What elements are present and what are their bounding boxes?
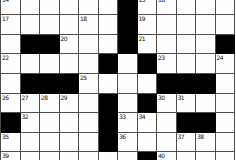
- grid-cell[interactable]: [118, 74, 138, 94]
- black-cell: [40, 74, 60, 94]
- grid-cell[interactable]: 27: [21, 94, 41, 114]
- grid-cell[interactable]: [21, 0, 41, 15]
- grid-cell[interactable]: [216, 15, 236, 35]
- clue-number: 31: [178, 94, 185, 101]
- grid-cell[interactable]: [138, 74, 158, 94]
- grid-cell[interactable]: [79, 133, 99, 153]
- grid-cell[interactable]: [196, 94, 216, 114]
- grid-cell[interactable]: [216, 0, 236, 15]
- clue-number: 21: [139, 35, 146, 42]
- clue-number: 22: [2, 54, 9, 61]
- black-cell: [118, 35, 138, 55]
- grid-cell[interactable]: [40, 15, 60, 35]
- grid-cell[interactable]: [21, 54, 41, 74]
- grid-cell[interactable]: [40, 113, 60, 133]
- clue-number: 35: [2, 133, 9, 140]
- grid-cell[interactable]: [118, 54, 138, 74]
- black-cell: [21, 74, 41, 94]
- clue-number: 36: [119, 133, 126, 140]
- grid-cell[interactable]: [216, 113, 236, 133]
- grid-cell[interactable]: [118, 152, 138, 160]
- clue-number: 33: [119, 113, 126, 120]
- grid-cell[interactable]: [99, 35, 119, 55]
- black-cell: [60, 74, 80, 94]
- grid-cell[interactable]: 17: [1, 15, 21, 35]
- black-cell: [138, 54, 158, 74]
- grid-cell[interactable]: [60, 113, 80, 133]
- grid-cell[interactable]: 35: [1, 133, 21, 153]
- grid-cell[interactable]: [216, 74, 236, 94]
- grid-cell[interactable]: 23: [157, 54, 177, 74]
- clue-number: 14: [2, 0, 9, 3]
- grid-cell[interactable]: [99, 15, 119, 35]
- clue-number: 26: [2, 94, 9, 101]
- grid-cell[interactable]: [79, 94, 99, 114]
- grid-cell[interactable]: 32: [21, 113, 41, 133]
- grid-cell[interactable]: [60, 152, 80, 160]
- grid-cell[interactable]: [196, 35, 216, 55]
- grid-cell[interactable]: [216, 94, 236, 114]
- grid-cell[interactable]: [40, 54, 60, 74]
- grid-cell[interactable]: 39: [1, 152, 21, 160]
- grid-cell[interactable]: [79, 0, 99, 15]
- grid-cell[interactable]: 16: [157, 0, 177, 15]
- grid-cell[interactable]: [216, 152, 236, 160]
- black-cell: [196, 113, 216, 133]
- grid-cell[interactable]: [196, 0, 216, 15]
- black-cell: [1, 113, 21, 133]
- grid-cell[interactable]: [157, 15, 177, 35]
- grid-cell[interactable]: [60, 133, 80, 153]
- clue-number: 20: [61, 35, 68, 42]
- black-cell: [118, 0, 138, 15]
- grid-cell[interactable]: [21, 15, 41, 35]
- grid-cell[interactable]: [79, 35, 99, 55]
- grid-cell[interactable]: [1, 74, 21, 94]
- grid-cell[interactable]: [177, 152, 197, 160]
- grid-cell[interactable]: [196, 54, 216, 74]
- grid-cell[interactable]: [196, 152, 216, 160]
- black-cell: [21, 35, 41, 55]
- black-cell: [99, 133, 119, 153]
- grid-cell[interactable]: [216, 133, 236, 153]
- grid-cell[interactable]: 24: [216, 54, 236, 74]
- clue-number: 25: [80, 74, 87, 81]
- grid-cell[interactable]: [177, 54, 197, 74]
- black-cell: [99, 94, 119, 114]
- grid-cell[interactable]: 34: [138, 113, 158, 133]
- clue-number: 19: [139, 15, 146, 22]
- grid-cell[interactable]: [177, 35, 197, 55]
- grid-cell[interactable]: 18: [79, 15, 99, 35]
- clue-number: 15: [139, 0, 146, 3]
- grid-cell[interactable]: [196, 15, 216, 35]
- clue-number: 39: [2, 152, 9, 159]
- clue-number: 32: [22, 113, 29, 120]
- black-cell: [216, 35, 236, 55]
- grid-cell[interactable]: 40: [157, 152, 177, 160]
- grid-cell[interactable]: 30: [157, 94, 177, 114]
- clue-number: 16: [158, 0, 165, 3]
- grid-cell[interactable]: 33: [118, 113, 138, 133]
- clue-number: 27: [22, 94, 29, 101]
- grid-cell[interactable]: [1, 35, 21, 55]
- grid-cell[interactable]: 31: [177, 94, 197, 114]
- grid-cell[interactable]: 28: [40, 94, 60, 114]
- clue-number: 29: [61, 94, 68, 101]
- black-cell: [157, 74, 177, 94]
- grid-cell[interactable]: [99, 0, 119, 15]
- grid-cell[interactable]: 20: [60, 35, 80, 55]
- grid-cell[interactable]: 37: [177, 133, 197, 153]
- black-cell: [177, 113, 197, 133]
- grid-cell[interactable]: [21, 133, 41, 153]
- clue-number: 17: [2, 15, 9, 22]
- grid-cell[interactable]: [60, 0, 80, 15]
- black-cell: [138, 152, 158, 160]
- grid-cell[interactable]: [40, 152, 60, 160]
- grid-cell[interactable]: 38: [196, 133, 216, 153]
- grid-cell[interactable]: 29: [60, 94, 80, 114]
- clue-number: 34: [139, 113, 146, 120]
- black-cell: [118, 15, 138, 35]
- grid-cell[interactable]: [60, 54, 80, 74]
- black-cell: [40, 35, 60, 55]
- crossword-board: 1415161718192021222324252627282930313233…: [0, 0, 235, 160]
- clue-number: 40: [158, 152, 165, 159]
- black-cell: [99, 54, 119, 74]
- grid-cell[interactable]: [157, 113, 177, 133]
- grid-cell[interactable]: 14: [1, 0, 21, 15]
- black-cell: [177, 74, 197, 94]
- clue-number: 38: [197, 133, 204, 140]
- black-cell: [138, 94, 158, 114]
- grid-cell[interactable]: [79, 152, 99, 160]
- grid-cell[interactable]: 19: [138, 15, 158, 35]
- grid-cell[interactable]: 22: [1, 54, 21, 74]
- grid-cell[interactable]: [177, 15, 197, 35]
- grid-cell[interactable]: [157, 133, 177, 153]
- grid-cell[interactable]: [177, 0, 197, 15]
- grid-cell[interactable]: [157, 35, 177, 55]
- clue-number: 37: [178, 133, 185, 140]
- grid-cell[interactable]: [79, 113, 99, 133]
- grid-cell[interactable]: [40, 0, 60, 15]
- black-cell: [196, 74, 216, 94]
- grid-cell[interactable]: 26: [1, 94, 21, 114]
- clue-number: 18: [80, 15, 87, 22]
- grid-cell[interactable]: [118, 94, 138, 114]
- grid-cell[interactable]: [99, 152, 119, 160]
- clue-number: 30: [158, 94, 165, 101]
- black-cell: [99, 113, 119, 133]
- grid-cell[interactable]: [60, 15, 80, 35]
- clue-number: 23: [158, 54, 165, 61]
- grid-cell[interactable]: 36: [118, 133, 138, 153]
- clue-number: 24: [217, 54, 224, 61]
- grid-cell[interactable]: [138, 133, 158, 153]
- grid-cell[interactable]: 25: [79, 74, 99, 94]
- crossword-screenshot: 1415161718192021222324252627282930313233…: [0, 0, 235, 160]
- grid-cell[interactable]: 15: [138, 0, 158, 15]
- grid-cell[interactable]: [40, 133, 60, 153]
- grid-cell[interactable]: [79, 54, 99, 74]
- grid-cell[interactable]: [21, 152, 41, 160]
- clue-number: 28: [41, 94, 48, 101]
- grid-cell[interactable]: 21: [138, 35, 158, 55]
- grid-cell[interactable]: [99, 74, 119, 94]
